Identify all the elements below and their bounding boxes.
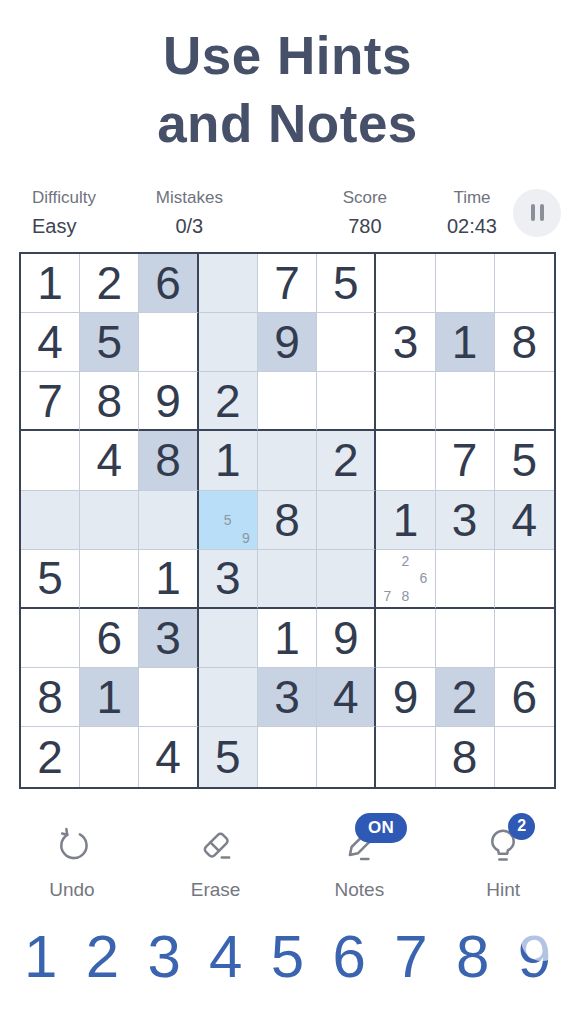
cell-r8c2[interactable]: 1 (80, 668, 139, 727)
note-digit: 6 (414, 570, 432, 588)
cell-r9c6[interactable] (317, 727, 376, 786)
cell-r7c4[interactable] (199, 609, 258, 668)
note-digit: 9 (237, 529, 255, 547)
cell-digit: 8 (274, 497, 300, 543)
cell-r7c1[interactable] (21, 609, 80, 668)
cell-r3c3[interactable]: 9 (139, 372, 198, 431)
cell-r3c4[interactable]: 2 (199, 372, 258, 431)
hint-count-badge: 2 (508, 813, 535, 840)
note-digit: 2 (396, 552, 414, 570)
cell-r8c5[interactable]: 3 (258, 668, 317, 727)
cell-r8c9[interactable]: 6 (495, 668, 554, 727)
cell-digit: 7 (274, 260, 300, 306)
cell-r7c2[interactable]: 6 (80, 609, 139, 668)
stat-difficulty-label: Difficulty (32, 188, 96, 208)
cell-r9c2[interactable] (80, 727, 139, 786)
cell-r1c4[interactable] (199, 254, 258, 313)
cell-r5c7[interactable]: 1 (376, 491, 435, 550)
cell-digit: 3 (393, 319, 419, 365)
cell-r4c1[interactable] (21, 431, 80, 490)
cell-digit: 6 (155, 260, 181, 306)
pad-digit-9[interactable]: 9 (518, 927, 551, 987)
cell-r9c8[interactable]: 8 (436, 727, 495, 786)
cell-r1c9[interactable] (495, 254, 554, 313)
cell-digit: 1 (37, 260, 63, 306)
notes-button[interactable]: ON Notes (288, 825, 432, 901)
cell-r8c1[interactable]: 8 (21, 668, 80, 727)
cell-r8c6[interactable]: 4 (317, 668, 376, 727)
cell-r6c5[interactable] (258, 550, 317, 609)
pencil-icon: ON (337, 825, 381, 869)
pencil-notes: 2678 (378, 552, 432, 605)
stat-score-value: 780 (343, 215, 387, 238)
cell-digit: 1 (452, 319, 478, 365)
title-line-1: Use Hints (0, 22, 575, 90)
cell-r9c4[interactable]: 5 (199, 727, 258, 786)
cell-r9c1[interactable]: 2 (21, 727, 80, 786)
pad-digit-7[interactable]: 7 (394, 927, 427, 987)
cell-r1c2[interactable]: 2 (80, 254, 139, 313)
cell-r3c9[interactable] (495, 372, 554, 431)
pad-digit-1[interactable]: 1 (24, 927, 57, 987)
cell-r5c5[interactable]: 8 (258, 491, 317, 550)
pad-digit-6[interactable]: 6 (333, 927, 366, 987)
cell-r4c9[interactable]: 5 (495, 431, 554, 490)
pad-digit-2[interactable]: 2 (86, 927, 119, 987)
cell-digit: 2 (97, 260, 123, 306)
cell-r7c9[interactable] (495, 609, 554, 668)
cell-r2c5[interactable]: 9 (258, 313, 317, 372)
cell-r1c3[interactable]: 6 (139, 254, 198, 313)
cell-digit: 4 (512, 497, 538, 543)
cell-r4c6[interactable]: 2 (317, 431, 376, 490)
eraser-icon (194, 825, 238, 869)
number-pad: 123456789 (0, 927, 575, 987)
cell-r6c6[interactable] (317, 550, 376, 609)
cell-digit: 8 (452, 734, 478, 780)
stat-mistakes: Mistakes 0/3 (156, 188, 223, 238)
cell-r3c1[interactable]: 7 (21, 372, 80, 431)
cell-r5c8[interactable]: 3 (436, 491, 495, 550)
stat-mistakes-value: 0/3 (156, 215, 223, 238)
stat-mistakes-label: Mistakes (156, 188, 223, 208)
cell-r4c2[interactable]: 4 (80, 431, 139, 490)
cell-digit: 4 (333, 674, 359, 720)
lightbulb-icon: 2 (481, 825, 525, 869)
notes-label: Notes (335, 879, 385, 901)
cell-r2c4[interactable] (199, 313, 258, 372)
erase-button[interactable]: Erase (144, 825, 288, 901)
cell-digit: 2 (452, 674, 478, 720)
page-title: Use Hints and Notes (0, 22, 575, 158)
stat-time: Time 02:43 (447, 188, 497, 238)
cell-r6c4[interactable]: 3 (199, 550, 258, 609)
cell-r4c5[interactable] (258, 431, 317, 490)
cell-r5c6[interactable] (317, 491, 376, 550)
cell-r3c2[interactable]: 8 (80, 372, 139, 431)
cell-r8c3[interactable] (139, 668, 198, 727)
cell-digit: 8 (37, 674, 63, 720)
note-digit: 7 (378, 587, 396, 605)
cell-r5c1[interactable] (21, 491, 80, 550)
cell-digit: 8 (512, 319, 538, 365)
cell-r7c8[interactable] (436, 609, 495, 668)
stat-difficulty-value: Easy (32, 215, 96, 238)
cell-digit: 9 (333, 615, 359, 661)
cell-digit: 4 (37, 319, 63, 365)
cell-r6c8[interactable] (436, 550, 495, 609)
cell-digit: 5 (512, 437, 538, 483)
cell-digit: 7 (452, 437, 478, 483)
cell-r6c1[interactable]: 5 (21, 550, 80, 609)
cell-r1c8[interactable] (436, 254, 495, 313)
pencil-notes: 59 (201, 493, 255, 547)
cell-r5c4[interactable]: 59 (199, 491, 258, 550)
cell-r1c1[interactable]: 1 (21, 254, 80, 313)
undo-button[interactable]: Undo (0, 825, 144, 901)
cell-digit: 5 (97, 319, 123, 365)
cell-r2c9[interactable]: 8 (495, 313, 554, 372)
stats-bar: Difficulty Easy Mistakes 0/3 Score 780 T… (32, 188, 561, 238)
cell-r6c9[interactable] (495, 550, 554, 609)
cell-digit: 3 (274, 674, 300, 720)
pause-icon (531, 204, 535, 221)
undo-icon (50, 825, 94, 869)
cell-r9c3[interactable]: 4 (139, 727, 198, 786)
cell-r2c2[interactable]: 5 (80, 313, 139, 372)
cell-r8c8[interactable]: 2 (436, 668, 495, 727)
cell-r9c5[interactable] (258, 727, 317, 786)
cell-r3c5[interactable] (258, 372, 317, 431)
cell-r5c9[interactable]: 4 (495, 491, 554, 550)
hint-label: Hint (486, 879, 520, 901)
cell-r9c9[interactable] (495, 727, 554, 786)
note-digit: 5 (219, 511, 237, 529)
cell-r1c6[interactable]: 5 (317, 254, 376, 313)
cell-r1c5[interactable]: 7 (258, 254, 317, 313)
cell-digit: 9 (393, 674, 419, 720)
cell-r4c3[interactable]: 8 (139, 431, 198, 490)
cell-r5c3[interactable] (139, 491, 198, 550)
stat-score-label: Score (343, 188, 387, 208)
cell-digit: 2 (333, 437, 359, 483)
pause-button[interactable] (513, 189, 561, 237)
pad-digit-4[interactable]: 4 (209, 927, 242, 987)
cell-digit: 2 (37, 734, 63, 780)
cell-digit: 8 (155, 437, 181, 483)
cell-r6c7[interactable]: 2678 (376, 550, 435, 609)
cell-r7c3[interactable]: 3 (139, 609, 198, 668)
stat-time-value: 02:43 (447, 215, 497, 238)
cell-r8c4[interactable] (199, 668, 258, 727)
cell-r3c7[interactable] (376, 372, 435, 431)
cell-r2c3[interactable] (139, 313, 198, 372)
undo-label: Undo (49, 879, 94, 901)
sudoku-grid: 1267545931878924812755981345132678631981… (19, 252, 556, 789)
toolbar: Undo Erase ON Notes (0, 825, 575, 901)
cell-digit: 1 (155, 555, 181, 601)
cell-digit: 3 (155, 615, 181, 661)
notes-on-badge: ON (355, 813, 408, 843)
pad-digit-3[interactable]: 3 (147, 927, 180, 987)
cell-digit: 2 (215, 378, 241, 424)
cell-r1c7[interactable] (376, 254, 435, 313)
stat-difficulty: Difficulty Easy (32, 188, 96, 238)
cell-digit: 7 (37, 378, 63, 424)
cell-r4c7[interactable] (376, 431, 435, 490)
cell-digit: 8 (97, 378, 123, 424)
cell-r9c7[interactable] (376, 727, 435, 786)
pause-icon (540, 204, 544, 221)
cell-digit: 9 (155, 378, 181, 424)
cell-r7c6[interactable]: 9 (317, 609, 376, 668)
cell-r7c5[interactable]: 1 (258, 609, 317, 668)
cell-r6c3[interactable]: 1 (139, 550, 198, 609)
cell-r3c6[interactable] (317, 372, 376, 431)
cell-digit: 3 (452, 497, 478, 543)
cell-digit: 4 (97, 437, 123, 483)
pad-digit-5[interactable]: 5 (271, 927, 304, 987)
stat-time-label: Time (447, 188, 497, 208)
cell-digit: 1 (393, 497, 419, 543)
cell-r2c6[interactable] (317, 313, 376, 372)
cell-r7c7[interactable] (376, 609, 435, 668)
stat-score: Score 780 (343, 188, 387, 238)
cell-digit: 9 (274, 319, 300, 365)
cell-digit: 4 (155, 734, 181, 780)
cell-digit: 5 (215, 734, 241, 780)
cell-r2c8[interactable]: 1 (436, 313, 495, 372)
cell-r2c7[interactable]: 3 (376, 313, 435, 372)
cell-digit: 1 (274, 615, 300, 661)
cell-r3c8[interactable] (436, 372, 495, 431)
erase-label: Erase (191, 879, 241, 901)
cell-digit: 5 (333, 260, 359, 306)
cell-r6c2[interactable] (80, 550, 139, 609)
cell-digit: 1 (215, 437, 241, 483)
cell-digit: 3 (215, 555, 241, 601)
title-line-2: and Notes (0, 90, 575, 158)
hint-button[interactable]: 2 Hint (431, 825, 575, 901)
cell-digit: 1 (97, 674, 123, 720)
pad-digit-8[interactable]: 8 (456, 927, 489, 987)
cell-r4c4[interactable]: 1 (199, 431, 258, 490)
cell-r2c1[interactable]: 4 (21, 313, 80, 372)
cell-r5c2[interactable] (80, 491, 139, 550)
cell-digit: 6 (512, 674, 538, 720)
cell-digit: 6 (97, 615, 123, 661)
note-digit: 8 (396, 587, 414, 605)
cell-r8c7[interactable]: 9 (376, 668, 435, 727)
cell-r4c8[interactable]: 7 (436, 431, 495, 490)
cell-digit: 5 (37, 555, 63, 601)
